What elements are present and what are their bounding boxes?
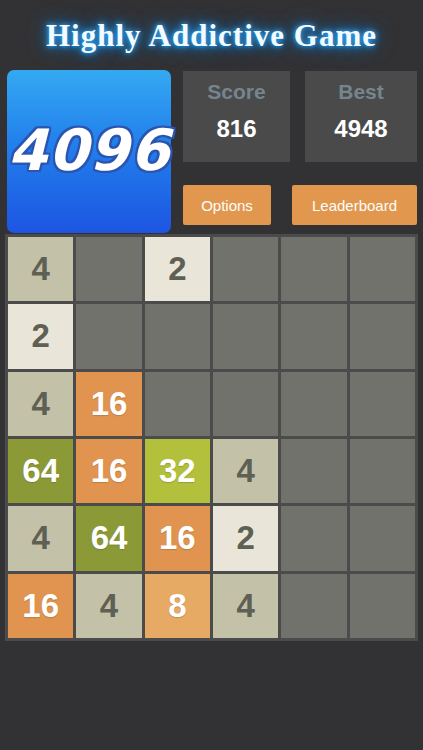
tile-2-r1c3: 2 (145, 237, 210, 301)
empty-cell-r4c5 (281, 439, 346, 503)
empty-cell-r5c5 (281, 506, 346, 570)
empty-cell-r6c6 (350, 574, 415, 638)
game-board[interactable]: 422416641632446416216484 (5, 234, 418, 641)
tile-64-r4c1: 64 (8, 439, 73, 503)
tile-32-r4c3: 32 (145, 439, 210, 503)
best-label: Best (338, 80, 384, 104)
tile-4-r5c1: 4 (8, 506, 73, 570)
tile-4-r3c1: 4 (8, 372, 73, 436)
tile-64-r5c2: 64 (76, 506, 141, 570)
options-button[interactable]: Options (183, 185, 271, 225)
tile-16-r4c2: 16 (76, 439, 141, 503)
empty-cell-r6c5 (281, 574, 346, 638)
tile-16-r5c3: 16 (145, 506, 210, 570)
empty-cell-r3c3 (145, 372, 210, 436)
tile-16-r6c1: 16 (8, 574, 73, 638)
empty-cell-r5c6 (350, 506, 415, 570)
empty-cell-r1c2 (76, 237, 141, 301)
empty-cell-r1c5 (281, 237, 346, 301)
score-label: Score (207, 80, 265, 104)
empty-cell-r2c3 (145, 304, 210, 368)
best-box: Best 4948 (305, 71, 417, 162)
empty-cell-r2c4 (213, 304, 278, 368)
score-value: 816 (216, 115, 256, 143)
app-title: Highly Addictive Game (0, 12, 423, 60)
tile-16-r3c2: 16 (76, 372, 141, 436)
best-value: 4948 (334, 115, 387, 143)
logo-label: 4096 (8, 117, 171, 183)
tile-4-r6c4: 4 (213, 574, 278, 638)
empty-cell-r2c2 (76, 304, 141, 368)
empty-cell-r3c4 (213, 372, 278, 436)
tile-4-r6c2: 4 (76, 574, 141, 638)
empty-cell-r3c6 (350, 372, 415, 436)
tile-8-r6c3: 8 (145, 574, 210, 638)
empty-cell-r1c6 (350, 237, 415, 301)
empty-cell-r4c6 (350, 439, 415, 503)
empty-cell-r2c5 (281, 304, 346, 368)
empty-cell-r1c4 (213, 237, 278, 301)
empty-cell-r2c6 (350, 304, 415, 368)
empty-cell-r3c5 (281, 372, 346, 436)
tile-4-r4c4: 4 (213, 439, 278, 503)
tile-4-r1c1: 4 (8, 237, 73, 301)
score-box: Score 816 (183, 71, 290, 162)
logo-tile: 4096 (7, 70, 171, 233)
tile-2-r5c4: 2 (213, 506, 278, 570)
tile-2-r2c1: 2 (8, 304, 73, 368)
leaderboard-button[interactable]: Leaderboard (292, 185, 417, 225)
